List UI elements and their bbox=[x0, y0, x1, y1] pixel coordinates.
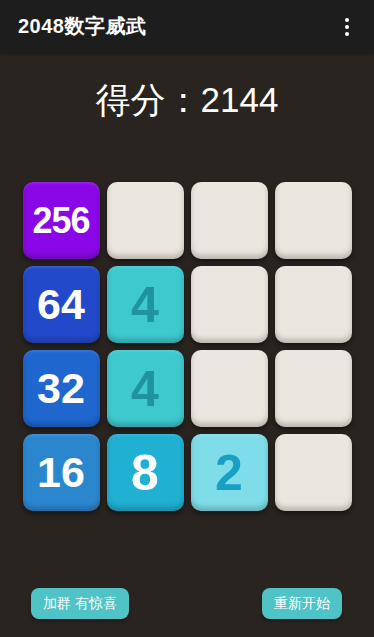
tile-4: 4 bbox=[107, 266, 184, 343]
restart-button[interactable]: 重新开始 bbox=[262, 588, 342, 619]
kebab-menu-icon[interactable] bbox=[334, 12, 360, 42]
tile-empty bbox=[275, 266, 352, 343]
score-display: 得分：2144 bbox=[0, 77, 374, 123]
tile-256: 256 bbox=[23, 182, 100, 259]
tile-2: 2 bbox=[191, 434, 268, 511]
tile-empty bbox=[191, 182, 268, 259]
tile-64: 64 bbox=[23, 266, 100, 343]
app-title: 2048数字威武 bbox=[18, 13, 334, 40]
footer-bar: 加群 有惊喜 重新开始 bbox=[0, 588, 374, 619]
join-group-button[interactable]: 加群 有惊喜 bbox=[31, 588, 129, 619]
tile-empty bbox=[275, 434, 352, 511]
tile-32: 32 bbox=[23, 350, 100, 427]
score-value: 2144 bbox=[201, 80, 279, 119]
board[interactable]: 2566443241682 bbox=[23, 182, 352, 511]
tile-empty bbox=[191, 350, 268, 427]
tile-empty bbox=[275, 350, 352, 427]
tile-empty bbox=[191, 266, 268, 343]
tile-8: 8 bbox=[107, 434, 184, 511]
score-label: 得分： bbox=[96, 80, 201, 119]
tile-empty bbox=[107, 182, 184, 259]
app-bar: 2048数字威武 bbox=[0, 0, 374, 53]
tile-4: 4 bbox=[107, 350, 184, 427]
tile-16: 16 bbox=[23, 434, 100, 511]
tile-empty bbox=[275, 182, 352, 259]
